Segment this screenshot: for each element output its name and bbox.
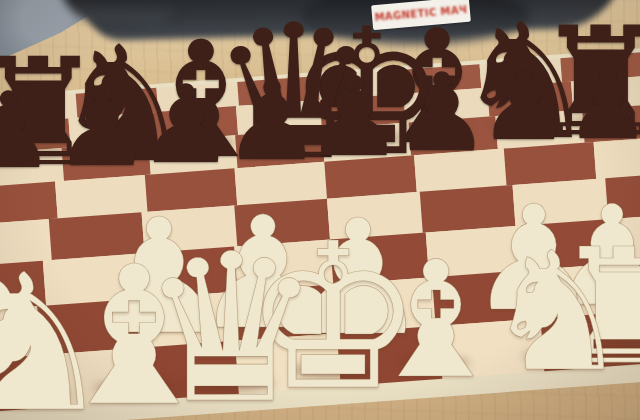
dark-pawn-b7[interactable]: ♟ xyxy=(49,75,156,182)
dark-pawn-a7[interactable]: ♟ xyxy=(0,79,61,184)
photo-stage: MAGNETIC МАЧ ♜♞♝♛♚♝♞♜♟♟♟♟♟♟♟♟♟♟♟♟♟♞♝♛♚♝♞… xyxy=(0,0,640,420)
photo: MAGNETIC МАЧ ♜♞♝♛♚♝♞♜♟♟♟♟♟♟♟♟♟♟♟♟♟♞♝♛♚♝♞… xyxy=(0,0,640,420)
white-knight-b1[interactable]: ♞ xyxy=(0,250,125,420)
piece-layer: ♜♞♝♛♚♝♞♜♟♟♟♟♟♟♟♟♟♟♟♟♟♞♝♛♚♝♞♜ xyxy=(0,0,640,420)
